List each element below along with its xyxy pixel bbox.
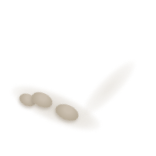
product-photo-stage bbox=[0, 0, 156, 156]
baking-mold bbox=[0, 0, 156, 156]
mold-top-surface bbox=[15, 32, 134, 119]
